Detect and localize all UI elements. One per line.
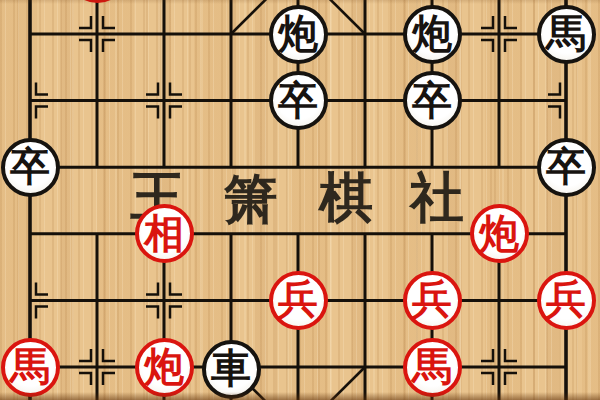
piece-red-c7[interactable]: 炮 (135, 338, 194, 397)
watermark-char: 箫 (224, 163, 278, 236)
piece-black-e3[interactable]: 卒 (269, 71, 328, 130)
piece-black-i2[interactable]: 馬 (537, 5, 596, 64)
watermark-char: 棋 (319, 162, 373, 235)
xiangqi-screenshot: 王箫棋社炮炮馬卒卒卒卒相炮兵兵兵馬炮車馬 (0, 0, 600, 400)
piece-black-g3[interactable]: 卒 (403, 71, 462, 130)
piece-red-e6[interactable]: 兵 (269, 271, 328, 330)
piece-black-a4[interactable]: 卒 (1, 138, 60, 197)
piece-black-e2[interactable]: 炮 (269, 5, 328, 64)
piece-black-g2[interactable]: 炮 (403, 5, 462, 64)
piece-red-a7[interactable]: 馬 (1, 338, 60, 397)
piece-red-g7[interactable]: 馬 (403, 338, 462, 397)
piece-black-i4[interactable]: 卒 (537, 138, 596, 197)
piece-red-c5[interactable]: 相 (135, 204, 194, 263)
watermark-char: 社 (410, 162, 464, 235)
piece-red-g6[interactable]: 兵 (403, 271, 462, 330)
piece-red-i6[interactable]: 兵 (537, 271, 596, 330)
piece-red-h5[interactable]: 炮 (470, 204, 529, 263)
xiangqi-board: 王箫棋社炮炮馬卒卒卒卒相炮兵兵兵馬炮車馬 (0, 0, 600, 400)
piece-black-d7[interactable]: 車 (202, 340, 261, 399)
